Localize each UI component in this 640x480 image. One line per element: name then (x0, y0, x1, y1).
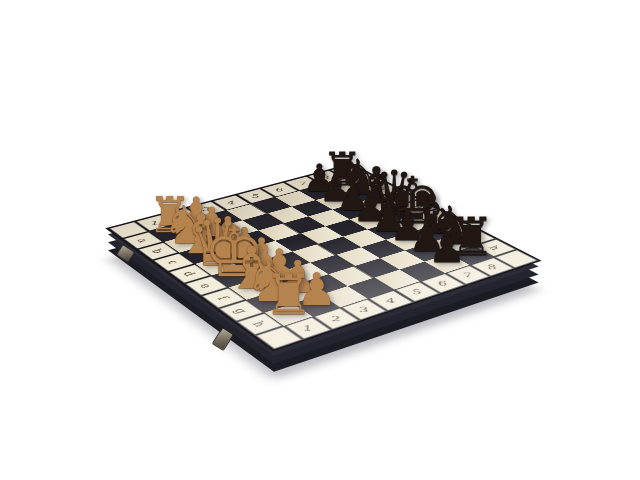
piece-white-rook-h1[interactable]: ♜ (264, 267, 314, 323)
piece-black-pawn-h7[interactable]: ♟ (428, 226, 467, 269)
product-photo: abcdefgh8877665544332211abcdefgh ♜♞♝♛♚♝♞… (0, 0, 640, 480)
